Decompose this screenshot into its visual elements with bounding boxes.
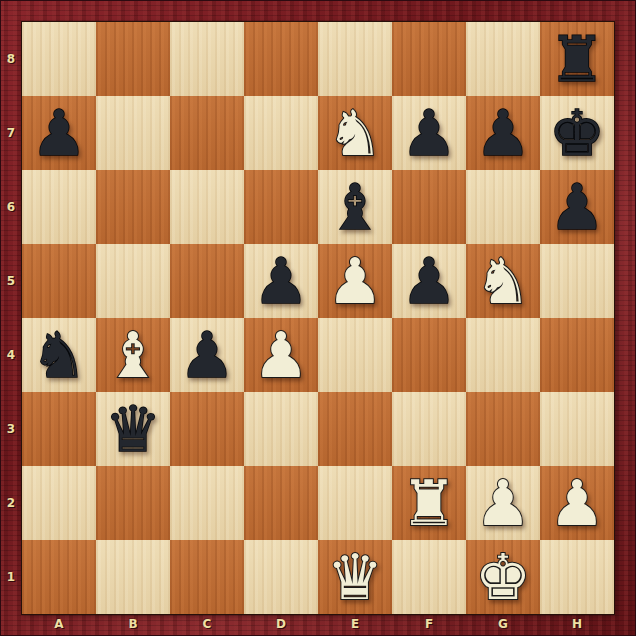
- piece-white-rook[interactable]: ♜: [401, 472, 457, 535]
- square-e2[interactable]: [318, 466, 392, 540]
- chess-board: ♜♟♞♟♟♚♝♟♟♟♟♞♞♝♟♟♛♜♟♟♛♚: [22, 22, 614, 614]
- square-a3[interactable]: [22, 392, 96, 466]
- square-g3[interactable]: [466, 392, 540, 466]
- square-b5[interactable]: [96, 244, 170, 318]
- piece-white-king[interactable]: ♚: [475, 546, 531, 609]
- square-d2[interactable]: [244, 466, 318, 540]
- square-b4[interactable]: ♝: [96, 318, 170, 392]
- piece-black-rook[interactable]: ♜: [549, 28, 605, 91]
- square-e3[interactable]: [318, 392, 392, 466]
- square-f1[interactable]: [392, 540, 466, 614]
- piece-black-pawn[interactable]: ♟: [253, 250, 309, 313]
- piece-black-knight[interactable]: ♞: [31, 324, 87, 387]
- square-e1[interactable]: ♛: [318, 540, 392, 614]
- file-label-e: E: [318, 614, 392, 636]
- rank-label-1: 1: [0, 540, 22, 614]
- rank-label-6: 6: [0, 170, 22, 244]
- square-h7[interactable]: ♚: [540, 96, 614, 170]
- square-e5[interactable]: ♟: [318, 244, 392, 318]
- square-g8[interactable]: [466, 22, 540, 96]
- square-g1[interactable]: ♚: [466, 540, 540, 614]
- square-c3[interactable]: [170, 392, 244, 466]
- piece-black-bishop[interactable]: ♝: [327, 176, 383, 239]
- square-g7[interactable]: ♟: [466, 96, 540, 170]
- square-d4[interactable]: ♟: [244, 318, 318, 392]
- square-b6[interactable]: [96, 170, 170, 244]
- square-a4[interactable]: ♞: [22, 318, 96, 392]
- file-label-f: F: [392, 614, 466, 636]
- piece-white-pawn[interactable]: ♟: [475, 472, 531, 535]
- square-b3[interactable]: ♛: [96, 392, 170, 466]
- square-e4[interactable]: [318, 318, 392, 392]
- piece-white-knight[interactable]: ♞: [327, 102, 383, 165]
- file-label-g: G: [466, 614, 540, 636]
- piece-white-queen[interactable]: ♛: [327, 546, 383, 609]
- piece-black-king[interactable]: ♚: [549, 102, 605, 165]
- square-d5[interactable]: ♟: [244, 244, 318, 318]
- square-f8[interactable]: [392, 22, 466, 96]
- square-f4[interactable]: [392, 318, 466, 392]
- piece-black-pawn[interactable]: ♟: [179, 324, 235, 387]
- square-c2[interactable]: [170, 466, 244, 540]
- piece-black-pawn[interactable]: ♟: [401, 250, 457, 313]
- square-d1[interactable]: [244, 540, 318, 614]
- square-h1[interactable]: [540, 540, 614, 614]
- square-b1[interactable]: [96, 540, 170, 614]
- square-e7[interactable]: ♞: [318, 96, 392, 170]
- square-c5[interactable]: [170, 244, 244, 318]
- rank-label-7: 7: [0, 96, 22, 170]
- file-label-a: A: [22, 614, 96, 636]
- rank-label-2: 2: [0, 466, 22, 540]
- file-label-h: H: [540, 614, 614, 636]
- square-g5[interactable]: ♞: [466, 244, 540, 318]
- square-c6[interactable]: [170, 170, 244, 244]
- file-label-d: D: [244, 614, 318, 636]
- piece-white-knight[interactable]: ♞: [475, 250, 531, 313]
- square-f3[interactable]: [392, 392, 466, 466]
- piece-black-pawn[interactable]: ♟: [401, 102, 457, 165]
- square-e8[interactable]: [318, 22, 392, 96]
- rank-label-4: 4: [0, 318, 22, 392]
- square-a8[interactable]: [22, 22, 96, 96]
- square-g4[interactable]: [466, 318, 540, 392]
- square-g2[interactable]: ♟: [466, 466, 540, 540]
- square-h3[interactable]: [540, 392, 614, 466]
- piece-black-queen[interactable]: ♛: [105, 398, 161, 461]
- piece-black-pawn[interactable]: ♟: [549, 176, 605, 239]
- rank-labels: 87654321: [0, 22, 22, 614]
- square-d6[interactable]: [244, 170, 318, 244]
- square-d7[interactable]: [244, 96, 318, 170]
- file-label-b: B: [96, 614, 170, 636]
- square-e6[interactable]: ♝: [318, 170, 392, 244]
- file-labels: ABCDEFGH: [22, 614, 614, 636]
- square-c4[interactable]: ♟: [170, 318, 244, 392]
- square-b2[interactable]: [96, 466, 170, 540]
- square-f6[interactable]: [392, 170, 466, 244]
- square-b8[interactable]: [96, 22, 170, 96]
- square-c1[interactable]: [170, 540, 244, 614]
- square-h5[interactable]: [540, 244, 614, 318]
- piece-white-pawn[interactable]: ♟: [549, 472, 605, 535]
- piece-black-pawn[interactable]: ♟: [31, 102, 87, 165]
- piece-black-pawn[interactable]: ♟: [475, 102, 531, 165]
- piece-white-bishop[interactable]: ♝: [105, 324, 161, 387]
- rank-label-5: 5: [0, 244, 22, 318]
- square-b7[interactable]: [96, 96, 170, 170]
- square-d8[interactable]: [244, 22, 318, 96]
- piece-white-pawn[interactable]: ♟: [253, 324, 309, 387]
- square-h2[interactable]: ♟: [540, 466, 614, 540]
- square-a1[interactable]: [22, 540, 96, 614]
- square-g6[interactable]: [466, 170, 540, 244]
- square-a2[interactable]: [22, 466, 96, 540]
- piece-white-pawn[interactable]: ♟: [327, 250, 383, 313]
- square-c8[interactable]: [170, 22, 244, 96]
- square-a7[interactable]: ♟: [22, 96, 96, 170]
- square-a5[interactable]: [22, 244, 96, 318]
- square-f2[interactable]: ♜: [392, 466, 466, 540]
- rank-label-8: 8: [0, 22, 22, 96]
- square-h4[interactable]: [540, 318, 614, 392]
- square-f7[interactable]: ♟: [392, 96, 466, 170]
- square-h6[interactable]: ♟: [540, 170, 614, 244]
- square-h8[interactable]: ♜: [540, 22, 614, 96]
- rank-label-3: 3: [0, 392, 22, 466]
- square-d3[interactable]: [244, 392, 318, 466]
- square-c7[interactable]: [170, 96, 244, 170]
- board-frame: ♜♟♞♟♟♚♝♟♟♟♟♞♞♝♟♟♛♜♟♟♛♚ 87654321 ABCDEFGH: [0, 0, 636, 636]
- file-label-c: C: [170, 614, 244, 636]
- square-a6[interactable]: [22, 170, 96, 244]
- square-f5[interactable]: ♟: [392, 244, 466, 318]
